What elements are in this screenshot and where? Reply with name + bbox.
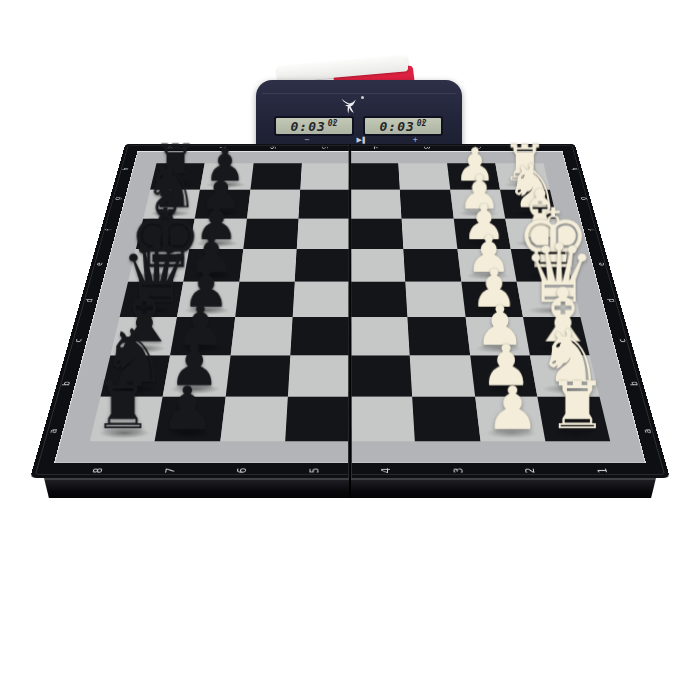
square-g3[interactable]: [400, 190, 453, 219]
square-f3[interactable]: [402, 218, 457, 249]
square-h6[interactable]: [250, 163, 302, 190]
white-pawn-a2[interactable]: ♟: [480, 379, 545, 439]
square-b4[interactable]: [350, 355, 412, 396]
square-a1[interactable]: ♜: [537, 397, 610, 442]
square-h3[interactable]: [398, 163, 450, 190]
square-c4[interactable]: [350, 317, 410, 355]
square-b6[interactable]: [225, 355, 290, 396]
square-d3[interactable]: [405, 282, 465, 317]
square-a5[interactable]: [285, 397, 350, 442]
square-d6[interactable]: [235, 282, 295, 317]
square-c3[interactable]: [408, 317, 470, 355]
square-a6[interactable]: [220, 397, 288, 442]
square-e6[interactable]: [239, 249, 296, 282]
black-pawn-a7[interactable]: ♟: [155, 379, 220, 439]
white-rook-a1[interactable]: ♜: [545, 373, 610, 439]
square-b5[interactable]: [288, 355, 350, 396]
square-a4[interactable]: [350, 397, 415, 442]
square-a3[interactable]: [412, 397, 480, 442]
black-rook-a8[interactable]: ♜: [90, 373, 155, 439]
square-a7[interactable]: ♟: [155, 397, 225, 442]
square-g5[interactable]: [298, 190, 350, 219]
square-d4[interactable]: [350, 282, 408, 317]
square-e4[interactable]: [350, 249, 405, 282]
square-h4[interactable]: [350, 163, 400, 190]
square-a8[interactable]: ♜: [90, 397, 163, 442]
square-e3[interactable]: [404, 249, 461, 282]
square-f5[interactable]: [296, 218, 350, 249]
board-side-base: [44, 478, 656, 498]
square-b3[interactable]: [410, 355, 475, 396]
square-c5[interactable]: [290, 317, 350, 355]
square-g4[interactable]: [350, 190, 402, 219]
square-c6[interactable]: [230, 317, 292, 355]
square-h5[interactable]: [300, 163, 350, 190]
product-photo-scene: ▴ 0:03 02 ▴ 0:03 02 − ▶❚ +: [0, 0, 700, 700]
square-f4[interactable]: [350, 218, 404, 249]
chess-board[interactable]: 87654321 hgfedcba hgfedcba 87654321 ♜♟♟♜…: [30, 0, 670, 478]
square-d5[interactable]: [292, 282, 350, 317]
square-g6[interactable]: [247, 190, 300, 219]
square-a2[interactable]: ♟: [475, 397, 545, 442]
board-frame: 87654321 hgfedcba hgfedcba 87654321 ♜♟♟♜…: [30, 144, 670, 478]
square-e5[interactable]: [295, 249, 350, 282]
square-f6[interactable]: [243, 218, 298, 249]
